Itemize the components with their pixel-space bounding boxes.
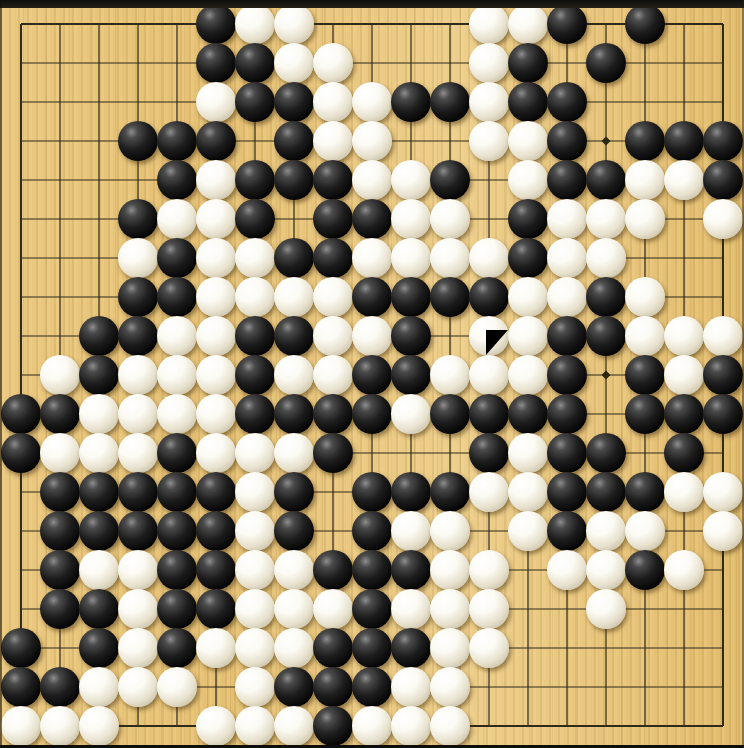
white-stone bbox=[79, 394, 119, 434]
black-stone bbox=[586, 43, 626, 83]
white-stone bbox=[352, 316, 392, 356]
white-stone bbox=[196, 433, 236, 473]
white-stone bbox=[352, 160, 392, 200]
black-stone bbox=[703, 394, 743, 434]
black-stone bbox=[235, 316, 275, 356]
white-stone bbox=[391, 238, 431, 278]
black-stone bbox=[79, 589, 119, 629]
white-stone bbox=[352, 238, 392, 278]
white-stone bbox=[196, 160, 236, 200]
black-stone bbox=[196, 511, 236, 551]
white-stone bbox=[352, 706, 392, 746]
black-stone bbox=[703, 160, 743, 200]
black-stone bbox=[547, 433, 587, 473]
white-stone bbox=[313, 589, 353, 629]
black-stone bbox=[40, 667, 80, 707]
white-stone bbox=[313, 277, 353, 317]
white-stone bbox=[430, 550, 470, 590]
black-stone bbox=[547, 160, 587, 200]
white-stone bbox=[196, 277, 236, 317]
white-stone bbox=[430, 238, 470, 278]
white-stone bbox=[625, 277, 665, 317]
black-stone bbox=[79, 472, 119, 512]
white-stone bbox=[235, 511, 275, 551]
black-stone bbox=[391, 355, 431, 395]
white-stone bbox=[1, 706, 41, 746]
black-stone bbox=[469, 394, 509, 434]
black-stone bbox=[274, 238, 314, 278]
black-stone bbox=[508, 82, 548, 122]
white-stone bbox=[469, 589, 509, 629]
white-stone bbox=[274, 706, 314, 746]
white-stone bbox=[274, 277, 314, 317]
white-stone bbox=[508, 4, 548, 44]
white-stone bbox=[391, 589, 431, 629]
black-stone bbox=[508, 394, 548, 434]
white-stone bbox=[235, 589, 275, 629]
black-stone bbox=[586, 277, 626, 317]
black-stone bbox=[586, 316, 626, 356]
black-stone bbox=[547, 511, 587, 551]
window-left-edge bbox=[0, 0, 2, 748]
white-stone bbox=[79, 667, 119, 707]
white-stone bbox=[274, 355, 314, 395]
black-stone bbox=[274, 667, 314, 707]
black-stone bbox=[664, 394, 704, 434]
black-stone bbox=[79, 628, 119, 668]
white-stone bbox=[274, 433, 314, 473]
white-stone bbox=[703, 199, 743, 239]
white-stone bbox=[469, 628, 509, 668]
black-stone bbox=[118, 472, 158, 512]
black-stone bbox=[157, 160, 197, 200]
black-stone bbox=[235, 394, 275, 434]
white-stone bbox=[313, 82, 353, 122]
white-stone bbox=[157, 394, 197, 434]
white-stone bbox=[703, 511, 743, 551]
black-stone bbox=[157, 472, 197, 512]
white-stone bbox=[40, 706, 80, 746]
black-stone bbox=[196, 550, 236, 590]
black-stone bbox=[235, 43, 275, 83]
white-stone bbox=[391, 160, 431, 200]
black-stone bbox=[352, 667, 392, 707]
white-stone bbox=[469, 43, 509, 83]
white-stone bbox=[118, 628, 158, 668]
white-stone bbox=[430, 511, 470, 551]
black-stone bbox=[352, 511, 392, 551]
black-stone bbox=[391, 550, 431, 590]
white-stone bbox=[235, 238, 275, 278]
black-stone bbox=[352, 472, 392, 512]
white-stone bbox=[235, 433, 275, 473]
black-stone bbox=[430, 394, 470, 434]
white-stone bbox=[391, 706, 431, 746]
black-stone bbox=[313, 550, 353, 590]
white-stone bbox=[157, 199, 197, 239]
white-stone bbox=[352, 121, 392, 161]
white-stone bbox=[118, 355, 158, 395]
white-stone bbox=[664, 355, 704, 395]
white-stone bbox=[469, 550, 509, 590]
black-stone bbox=[547, 355, 587, 395]
white-stone bbox=[313, 43, 353, 83]
black-stone bbox=[586, 160, 626, 200]
black-stone bbox=[1, 667, 41, 707]
white-stone bbox=[508, 160, 548, 200]
black-stone bbox=[40, 394, 80, 434]
white-stone bbox=[586, 511, 626, 551]
white-stone bbox=[313, 355, 353, 395]
white-stone bbox=[118, 589, 158, 629]
white-stone bbox=[625, 160, 665, 200]
white-stone bbox=[469, 355, 509, 395]
black-stone bbox=[1, 433, 41, 473]
white-stone bbox=[196, 628, 236, 668]
white-stone bbox=[469, 472, 509, 512]
white-stone bbox=[235, 628, 275, 668]
white-stone bbox=[157, 355, 197, 395]
white-stone bbox=[586, 199, 626, 239]
black-stone bbox=[664, 121, 704, 161]
black-stone bbox=[547, 394, 587, 434]
black-stone bbox=[391, 628, 431, 668]
black-stone bbox=[196, 121, 236, 161]
black-stone bbox=[274, 82, 314, 122]
white-stone bbox=[586, 238, 626, 278]
screenshot-stage bbox=[0, 0, 744, 748]
black-stone bbox=[586, 433, 626, 473]
black-stone bbox=[703, 355, 743, 395]
white-stone bbox=[508, 316, 548, 356]
black-stone bbox=[235, 199, 275, 239]
black-stone bbox=[1, 628, 41, 668]
black-stone bbox=[391, 277, 431, 317]
black-stone bbox=[79, 355, 119, 395]
black-stone bbox=[79, 511, 119, 551]
white-stone bbox=[196, 82, 236, 122]
white-stone bbox=[391, 667, 431, 707]
black-stone bbox=[274, 394, 314, 434]
black-stone bbox=[508, 199, 548, 239]
black-stone bbox=[547, 121, 587, 161]
black-stone bbox=[625, 4, 665, 44]
white-stone bbox=[508, 121, 548, 161]
black-stone bbox=[118, 316, 158, 356]
black-stone bbox=[274, 316, 314, 356]
black-stone bbox=[313, 160, 353, 200]
white-stone bbox=[235, 472, 275, 512]
black-stone bbox=[469, 277, 509, 317]
black-stone bbox=[196, 472, 236, 512]
black-stone bbox=[274, 472, 314, 512]
white-stone bbox=[196, 394, 236, 434]
black-stone bbox=[430, 160, 470, 200]
black-stone bbox=[625, 355, 665, 395]
black-stone bbox=[469, 433, 509, 473]
hoshi-point bbox=[601, 370, 610, 379]
white-stone bbox=[430, 589, 470, 629]
white-stone bbox=[79, 550, 119, 590]
white-stone bbox=[703, 472, 743, 512]
black-stone bbox=[157, 628, 197, 668]
black-stone bbox=[625, 550, 665, 590]
black-stone bbox=[313, 238, 353, 278]
white-stone bbox=[274, 43, 314, 83]
white-stone bbox=[703, 316, 743, 356]
black-stone bbox=[391, 82, 431, 122]
hoshi-point bbox=[601, 136, 610, 145]
white-stone bbox=[508, 277, 548, 317]
black-stone bbox=[313, 667, 353, 707]
white-stone bbox=[547, 238, 587, 278]
white-stone bbox=[235, 706, 275, 746]
white-stone bbox=[664, 316, 704, 356]
white-stone bbox=[430, 355, 470, 395]
white-stone bbox=[118, 433, 158, 473]
black-stone bbox=[313, 394, 353, 434]
black-stone bbox=[40, 550, 80, 590]
black-stone bbox=[118, 121, 158, 161]
black-stone bbox=[352, 589, 392, 629]
black-stone bbox=[274, 160, 314, 200]
black-stone bbox=[157, 238, 197, 278]
black-stone bbox=[313, 433, 353, 473]
white-stone bbox=[469, 4, 509, 44]
black-stone bbox=[664, 433, 704, 473]
white-stone bbox=[586, 550, 626, 590]
black-stone bbox=[508, 238, 548, 278]
white-stone bbox=[196, 706, 236, 746]
white-stone bbox=[391, 511, 431, 551]
black-stone bbox=[235, 82, 275, 122]
black-stone bbox=[157, 511, 197, 551]
black-stone bbox=[430, 472, 470, 512]
white-stone bbox=[118, 238, 158, 278]
white-stone bbox=[430, 199, 470, 239]
black-stone bbox=[313, 706, 353, 746]
black-stone bbox=[157, 589, 197, 629]
black-stone bbox=[118, 199, 158, 239]
black-stone bbox=[1, 394, 41, 434]
white-stone bbox=[274, 4, 314, 44]
white-stone bbox=[235, 277, 275, 317]
white-stone bbox=[40, 355, 80, 395]
black-stone bbox=[547, 82, 587, 122]
white-stone bbox=[625, 511, 665, 551]
black-stone bbox=[157, 277, 197, 317]
white-stone bbox=[508, 511, 548, 551]
white-stone bbox=[118, 667, 158, 707]
black-stone bbox=[547, 472, 587, 512]
white-stone bbox=[196, 199, 236, 239]
white-stone bbox=[118, 550, 158, 590]
white-stone bbox=[196, 238, 236, 278]
black-stone bbox=[313, 628, 353, 668]
white-stone bbox=[391, 199, 431, 239]
black-stone bbox=[40, 589, 80, 629]
black-stone bbox=[274, 121, 314, 161]
white-stone bbox=[469, 121, 509, 161]
white-stone bbox=[235, 550, 275, 590]
white-stone bbox=[118, 394, 158, 434]
black-stone bbox=[313, 199, 353, 239]
black-stone bbox=[391, 316, 431, 356]
white-stone bbox=[313, 121, 353, 161]
white-stone bbox=[40, 433, 80, 473]
black-stone bbox=[508, 43, 548, 83]
black-stone bbox=[352, 277, 392, 317]
white-stone bbox=[469, 82, 509, 122]
black-stone bbox=[196, 4, 236, 44]
white-stone bbox=[79, 433, 119, 473]
black-stone bbox=[157, 433, 197, 473]
white-stone bbox=[274, 628, 314, 668]
black-stone bbox=[157, 550, 197, 590]
white-stone bbox=[547, 199, 587, 239]
black-stone bbox=[547, 4, 587, 44]
white-stone bbox=[196, 316, 236, 356]
white-stone bbox=[196, 355, 236, 395]
white-stone bbox=[79, 706, 119, 746]
black-stone bbox=[118, 511, 158, 551]
black-stone bbox=[79, 316, 119, 356]
black-stone bbox=[352, 550, 392, 590]
white-stone bbox=[508, 433, 548, 473]
white-stone bbox=[547, 550, 587, 590]
white-stone bbox=[274, 589, 314, 629]
white-stone bbox=[664, 160, 704, 200]
white-stone bbox=[664, 550, 704, 590]
white-stone bbox=[625, 199, 665, 239]
white-stone bbox=[625, 316, 665, 356]
black-stone bbox=[703, 121, 743, 161]
white-stone bbox=[235, 667, 275, 707]
black-stone bbox=[235, 355, 275, 395]
black-stone bbox=[196, 43, 236, 83]
black-stone bbox=[352, 199, 392, 239]
black-stone bbox=[157, 121, 197, 161]
black-stone bbox=[625, 394, 665, 434]
white-stone bbox=[274, 550, 314, 590]
white-stone bbox=[469, 238, 509, 278]
white-stone bbox=[157, 667, 197, 707]
white-stone bbox=[157, 316, 197, 356]
white-stone bbox=[235, 4, 275, 44]
black-stone bbox=[625, 121, 665, 161]
white-stone bbox=[430, 706, 470, 746]
black-stone bbox=[274, 511, 314, 551]
black-stone bbox=[586, 472, 626, 512]
black-stone bbox=[40, 472, 80, 512]
go-board[interactable] bbox=[0, 0, 744, 748]
black-stone bbox=[352, 355, 392, 395]
black-stone bbox=[235, 160, 275, 200]
white-stone bbox=[430, 667, 470, 707]
white-stone bbox=[664, 472, 704, 512]
black-stone bbox=[352, 394, 392, 434]
black-stone bbox=[625, 472, 665, 512]
white-stone bbox=[547, 277, 587, 317]
window-top-edge bbox=[0, 0, 744, 8]
black-stone bbox=[547, 316, 587, 356]
black-stone bbox=[196, 589, 236, 629]
black-stone bbox=[40, 511, 80, 551]
white-stone bbox=[586, 589, 626, 629]
black-stone bbox=[352, 628, 392, 668]
black-stone bbox=[430, 82, 470, 122]
white-stone bbox=[508, 472, 548, 512]
black-stone bbox=[430, 277, 470, 317]
white-stone bbox=[430, 628, 470, 668]
black-stone bbox=[391, 472, 431, 512]
white-stone bbox=[508, 355, 548, 395]
white-stone bbox=[352, 82, 392, 122]
white-stone bbox=[313, 316, 353, 356]
white-stone bbox=[391, 394, 431, 434]
black-stone bbox=[118, 277, 158, 317]
